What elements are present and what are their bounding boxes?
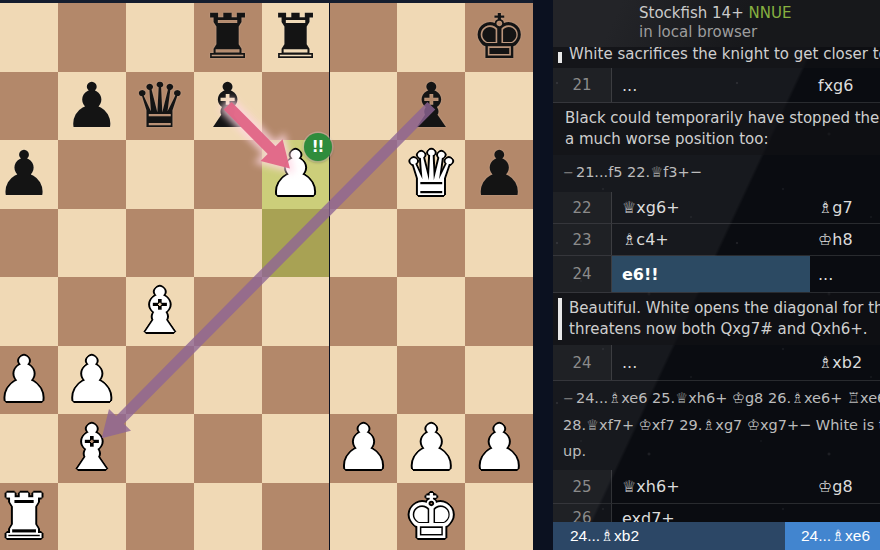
comment-line: threatens now both Qxg7# and Qxh6+. [569, 319, 874, 340]
board-square-b5[interactable] [58, 209, 126, 278]
variation-button-bxe6[interactable]: 24...♗xe6 [785, 522, 880, 550]
board-square-d3[interactable] [194, 346, 262, 415]
board-square-a2[interactable] [0, 414, 58, 483]
board-square-f8[interactable] [330, 3, 398, 72]
rank-label-3: 3 [520, 349, 527, 363]
board-square-e5[interactable] [262, 209, 330, 278]
move-number: 23 [553, 224, 612, 255]
move-number: 25 [553, 470, 612, 503]
comment-line: Beautiful. White opens the diagonal for … [569, 298, 874, 319]
variation-line: up. [563, 438, 876, 464]
analysis-panel: Stockfish 14+ NNUE in local browser Whit… [553, 0, 880, 550]
board-square-c3[interactable] [126, 346, 194, 415]
board-square-a5[interactable] [0, 209, 58, 278]
board-square-e4[interactable] [262, 277, 330, 346]
move-row-23: 23♗c4+♔h8 [553, 224, 880, 256]
file-label-g: g [401, 534, 409, 548]
board-square-f3[interactable] [330, 346, 398, 415]
board-square-e3[interactable] [262, 346, 330, 415]
board-square-a7[interactable] [0, 72, 58, 141]
white-rook-a1[interactable]: ♜ [0, 483, 58, 550]
board-square-g5[interactable] [397, 209, 465, 278]
engine-name: Stockfish 14+ [639, 4, 744, 22]
file-label-f: f [334, 534, 338, 548]
move-number: 24 [553, 345, 612, 380]
chess-board-area: abcdefgh12345678♜♜♚♟♛♝♝♟♟♟♛♝♟♟♝♟♟♟♜♚!! [0, 0, 533, 550]
rank-label-4: 4 [520, 280, 527, 294]
file-label-a: a [0, 534, 1, 548]
file-label-h: h [469, 534, 477, 548]
black-queen-c7[interactable]: ♛ [126, 72, 194, 141]
black-move[interactable]: ♔h8 [810, 224, 880, 255]
board-square-b8[interactable] [58, 3, 126, 72]
black-bishop-g7[interactable]: ♝ [397, 72, 465, 141]
file-label-d: d [198, 534, 206, 548]
file-label-c: c [130, 534, 137, 548]
move-list: White sacrifices the knight to get close… [553, 47, 880, 533]
rank-label-5: 5 [520, 212, 527, 226]
board-square-g4[interactable] [397, 277, 465, 346]
black-move[interactable]: ♗g7 [810, 192, 880, 223]
white-move[interactable]: ♕xg6+ [612, 192, 810, 223]
variation-line: 28.♕xf7+ ♔xf7 29.♗xg7 ♔xg7+− White is th [563, 412, 876, 438]
board-square-c6[interactable] [126, 140, 194, 209]
collapse-variation-toggle[interactable]: − [563, 165, 574, 180]
black-move[interactable]: ♔g8 [810, 470, 880, 503]
board-top-strip [0, 0, 533, 3]
annotation-comment: White sacrifices the knight to get close… [553, 47, 880, 68]
black-move[interactable]: ... [810, 256, 880, 292]
move-row-24: 24e6!!... [553, 256, 880, 293]
engine-nnue-badge: NNUE [749, 4, 792, 22]
white-move[interactable]: ... [612, 68, 810, 102]
black-move[interactable]: fxg6 [810, 68, 880, 102]
black-rook-d8[interactable]: ♜ [194, 3, 262, 72]
file-label-e: e [266, 534, 273, 548]
black-move[interactable]: ♗xb2 [810, 345, 880, 380]
board-square-c5[interactable] [126, 209, 194, 278]
rank-label-7: 7 [520, 75, 527, 89]
black-bishop-d7[interactable]: ♝ [194, 72, 262, 141]
board-square-d4[interactable] [194, 277, 262, 346]
move-row-22: 22♕xg6+♗g7 [553, 192, 880, 224]
rank-label-1: 1 [520, 486, 527, 500]
engine-variation[interactable]: −21...f5 22.♕f3+− [553, 155, 880, 192]
brilliant-move-badge: !! [304, 133, 332, 161]
variation-button-bxb2[interactable]: 24...♗xb2 [553, 522, 785, 550]
white-pawn-f2[interactable]: ♟ [330, 414, 398, 483]
board-square-f4[interactable] [330, 277, 398, 346]
board-square-d6[interactable] [194, 140, 262, 209]
board-square-d5[interactable] [194, 209, 262, 278]
white-move[interactable]: e6!! [612, 256, 810, 292]
move-row-25: 25♕xh6+♔g8 [553, 470, 880, 504]
board-square-f1[interactable] [330, 483, 398, 550]
board-square-c2[interactable] [126, 414, 194, 483]
move-number: 22 [553, 192, 612, 223]
white-pawn-g2[interactable]: ♟ [397, 414, 465, 483]
board-square-e7[interactable] [262, 72, 330, 141]
move-row-24: 24...♗xb2 [553, 345, 880, 381]
white-move[interactable]: ♕xh6+ [612, 470, 810, 503]
board-square-a4[interactable] [0, 277, 58, 346]
white-pawn-b3[interactable]: ♟ [58, 346, 126, 415]
variation-line: −21...f5 22.♕f3+− [563, 159, 876, 186]
black-pawn-a6[interactable]: ♟ [0, 140, 58, 209]
board-square-c8[interactable] [126, 3, 194, 72]
collapse-variation-toggle[interactable]: − [563, 391, 574, 406]
comment-line: Black could temporarily have stopped the… [565, 108, 874, 129]
board-square-b6[interactable] [58, 140, 126, 209]
board-square-g8[interactable] [397, 3, 465, 72]
board-square-d2[interactable] [194, 414, 262, 483]
white-queen-g6[interactable]: ♛ [397, 140, 465, 209]
white-move[interactable]: ♗c4+ [612, 224, 810, 255]
move-row-21: 21...fxg6 [553, 68, 880, 103]
board-square-f7[interactable] [330, 72, 398, 141]
file-label-b: b [62, 534, 70, 548]
black-rook-e8[interactable]: ♜ [262, 3, 330, 72]
engine-variation[interactable]: −24...♗xe6 25.♕xh6+ ♔g8 26.♗xe6+ ♖xe6 22… [553, 381, 880, 470]
board-square-b4[interactable] [58, 277, 126, 346]
board-square-g3[interactable] [397, 346, 465, 415]
black-pawn-b7[interactable]: ♟ [58, 72, 126, 141]
move-number: 24 [553, 256, 612, 292]
board-square-a8[interactable] [0, 3, 58, 72]
rank-label-8: 8 [520, 6, 527, 20]
engine-header: Stockfish 14+ NNUE in local browser [553, 0, 880, 47]
white-bishop-c4[interactable]: ♝ [126, 277, 194, 346]
annotation-comment: Black could temporarily have stopped the… [553, 103, 880, 155]
rank-label-2: 2 [520, 417, 527, 431]
variation-switch-bar: 24...♗xb2 24...♗xe6 [553, 522, 880, 550]
engine-location: in local browser [639, 23, 880, 42]
board-square-e2[interactable] [262, 414, 330, 483]
chess-analysis-page: abcdefgh12345678♜♜♚♟♛♝♝♟♟♟♛♝♟♟♝♟♟♟♜♚!! S… [0, 0, 880, 550]
board-square-f6[interactable] [330, 140, 398, 209]
comment-line: White sacrifices the knight to get close… [569, 47, 874, 65]
white-pawn-a3[interactable]: ♟ [0, 346, 58, 415]
annotation-comment: Beautiful. White opens the diagonal for … [553, 293, 880, 345]
white-bishop-b2[interactable]: ♝ [58, 414, 126, 483]
white-move[interactable]: ... [612, 345, 810, 380]
move-number: 21 [553, 68, 612, 102]
variation-line: −24...♗xe6 25.♕xh6+ ♔g8 26.♗xe6+ ♖xe6 2 [563, 385, 876, 412]
chess-board[interactable]: abcdefgh12345678♜♜♚♟♛♝♝♟♟♟♛♝♟♟♝♟♟♟♜♚!! [0, 3, 533, 550]
rank-label-6: 6 [520, 143, 527, 157]
comment-line: a much worse position too: [565, 129, 874, 150]
engine-title: Stockfish 14+ NNUE [639, 4, 880, 23]
board-square-f5[interactable] [330, 209, 398, 278]
